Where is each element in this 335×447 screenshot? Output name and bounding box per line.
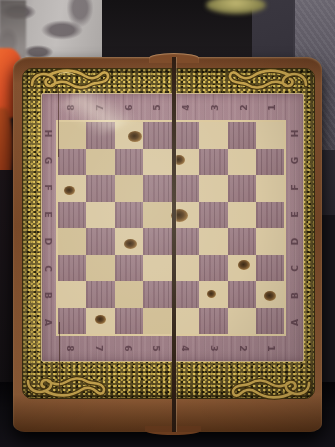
board-square xyxy=(86,122,114,149)
board-square xyxy=(58,122,86,149)
board-square xyxy=(256,228,284,255)
rank-label: 6 xyxy=(116,334,139,363)
board-square xyxy=(256,175,284,202)
rank-label: 5 xyxy=(145,334,168,363)
file-label: H xyxy=(281,126,308,141)
board-square xyxy=(58,255,86,282)
board-square xyxy=(143,281,171,308)
wood-knot xyxy=(207,290,216,298)
board-square xyxy=(58,175,86,202)
board-square xyxy=(115,308,143,335)
board-square xyxy=(199,202,227,229)
rank-label: 1 xyxy=(260,334,283,363)
board-square xyxy=(115,122,143,149)
board-square xyxy=(199,122,227,149)
board-grid xyxy=(56,120,286,336)
board-square xyxy=(143,228,171,255)
scroll-ornament-icon xyxy=(25,374,109,398)
board-square xyxy=(143,202,171,229)
board-square xyxy=(228,202,256,229)
board-square xyxy=(228,228,256,255)
board-square xyxy=(58,228,86,255)
board-square xyxy=(143,122,171,149)
file-label: F xyxy=(281,180,308,195)
wood-knot xyxy=(238,260,250,270)
file-label: A xyxy=(281,315,308,330)
chess-board: 87654321 87654321 HGFEDCBA HGFEDCBA xyxy=(13,57,322,432)
rank-label: 3 xyxy=(203,93,226,122)
file-label: A xyxy=(35,316,62,329)
wood-knot xyxy=(264,291,276,301)
file-label: B xyxy=(35,289,62,302)
wood-knot xyxy=(64,186,75,195)
file-label: C xyxy=(35,262,62,275)
rank-label: 6 xyxy=(116,93,139,122)
file-label: D xyxy=(35,235,62,248)
rank-label: 2 xyxy=(231,93,254,122)
board-square xyxy=(86,149,114,176)
board-square xyxy=(86,175,114,202)
board-square xyxy=(256,308,284,335)
scroll-ornament-icon xyxy=(29,68,113,92)
board-square xyxy=(256,202,284,229)
board-square xyxy=(58,149,86,176)
board-square xyxy=(143,149,171,176)
board-square xyxy=(115,202,143,229)
rank-labels-top: 87654321 xyxy=(56,96,286,119)
board-square xyxy=(143,308,171,335)
board-square xyxy=(256,255,284,282)
board-square xyxy=(228,308,256,335)
fold-seam xyxy=(172,57,176,432)
rank-label: 8 xyxy=(59,93,82,122)
rank-label: 2 xyxy=(231,334,254,363)
board-square xyxy=(256,281,284,308)
file-label: G xyxy=(281,153,308,168)
board-square xyxy=(115,175,143,202)
board-square xyxy=(86,308,114,335)
wood-knot xyxy=(95,315,106,324)
board-square xyxy=(115,255,143,282)
wood-crack xyxy=(58,87,59,157)
board-square xyxy=(256,149,284,176)
rank-label: 5 xyxy=(145,93,168,122)
file-label: C xyxy=(281,261,308,276)
file-labels-right: HGFEDCBA xyxy=(287,120,302,336)
scroll-ornament-icon xyxy=(225,68,309,92)
board-square xyxy=(228,149,256,176)
file-label: B xyxy=(281,288,308,303)
file-label: F xyxy=(35,181,62,194)
file-label: D xyxy=(281,234,308,249)
board-square xyxy=(228,281,256,308)
rank-label: 1 xyxy=(260,93,283,122)
board-square xyxy=(58,308,86,335)
file-label: E xyxy=(35,208,62,221)
board-square xyxy=(115,149,143,176)
board-square xyxy=(58,202,86,229)
board-square xyxy=(86,281,114,308)
board-square xyxy=(143,255,171,282)
board-square xyxy=(228,122,256,149)
board-square xyxy=(228,175,256,202)
board-square xyxy=(199,308,227,335)
board-square xyxy=(115,281,143,308)
board-square xyxy=(115,228,143,255)
board-square xyxy=(199,228,227,255)
board-square xyxy=(199,281,227,308)
wood-knot xyxy=(124,239,137,249)
rank-label: 4 xyxy=(174,93,197,122)
file-labels-left: HGFEDCBA xyxy=(42,120,55,336)
board-square xyxy=(143,175,171,202)
rank-label: 8 xyxy=(59,334,82,363)
board-square xyxy=(199,255,227,282)
rank-label: 4 xyxy=(174,334,197,363)
board-square xyxy=(58,281,86,308)
wood-knot xyxy=(128,131,142,142)
board-square xyxy=(86,255,114,282)
rank-labels-bottom: 87654321 xyxy=(56,337,286,360)
file-label: E xyxy=(281,207,308,222)
board-square xyxy=(86,202,114,229)
board-square xyxy=(199,175,227,202)
wood-crack xyxy=(59,322,60,392)
rank-label: 7 xyxy=(88,334,111,363)
board-square xyxy=(199,149,227,176)
board-square xyxy=(86,228,114,255)
photo-scene: 87654321 87654321 HGFEDCBA HGFEDCBA xyxy=(0,0,335,447)
rank-label: 3 xyxy=(203,334,226,363)
rank-label: 7 xyxy=(88,93,111,122)
scroll-ornament-icon xyxy=(228,376,312,400)
board-square xyxy=(228,255,256,282)
board-square xyxy=(256,122,284,149)
